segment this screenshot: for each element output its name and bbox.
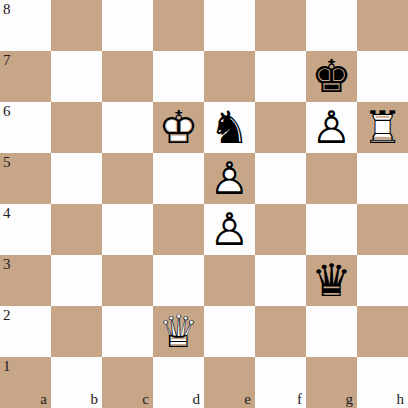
rank-label-7: 7 xyxy=(3,51,11,69)
square-g4[interactable] xyxy=(306,204,357,255)
white-king-outline: ♔ xyxy=(153,102,204,153)
square-e6[interactable]: ♞ xyxy=(204,102,255,153)
square-c3[interactable] xyxy=(102,255,153,306)
file-label-c: c xyxy=(142,391,149,408)
square-b1[interactable]: b xyxy=(51,357,102,408)
square-h4[interactable] xyxy=(357,204,408,255)
square-e5[interactable]: ♟♙ xyxy=(204,153,255,204)
square-c4[interactable] xyxy=(102,204,153,255)
file-label-e: e xyxy=(244,391,251,408)
square-e8[interactable] xyxy=(204,0,255,51)
square-d2[interactable]: ♛♕ xyxy=(153,306,204,357)
square-d7[interactable] xyxy=(153,51,204,102)
file-label-g: g xyxy=(346,391,354,408)
square-h7[interactable] xyxy=(357,51,408,102)
rank-label-8: 8 xyxy=(3,0,11,18)
square-h5[interactable] xyxy=(357,153,408,204)
piece-black-queen[interactable]: ♛ xyxy=(306,255,357,306)
white-pawn-outline: ♙ xyxy=(204,153,255,204)
square-e7[interactable] xyxy=(204,51,255,102)
square-f6[interactable] xyxy=(255,102,306,153)
black-queen-glyph: ♛ xyxy=(306,255,357,306)
square-g3[interactable]: ♛ xyxy=(306,255,357,306)
piece-white-pawn[interactable]: ♟♙ xyxy=(306,102,357,153)
square-a2[interactable]: 2 xyxy=(0,306,51,357)
square-d8[interactable] xyxy=(153,0,204,51)
square-f3[interactable] xyxy=(255,255,306,306)
square-f1[interactable]: f xyxy=(255,357,306,408)
rank-label-4: 4 xyxy=(3,204,11,222)
rank-label-3: 3 xyxy=(3,255,11,273)
file-label-d: d xyxy=(193,391,201,408)
square-a1[interactable]: 1a xyxy=(0,357,51,408)
square-c1[interactable]: c xyxy=(102,357,153,408)
square-c7[interactable] xyxy=(102,51,153,102)
square-b3[interactable] xyxy=(51,255,102,306)
square-d1[interactable]: d xyxy=(153,357,204,408)
square-a5[interactable]: 5 xyxy=(0,153,51,204)
square-c6[interactable] xyxy=(102,102,153,153)
square-a3[interactable]: 3 xyxy=(0,255,51,306)
rank-label-2: 2 xyxy=(3,306,11,324)
square-f2[interactable] xyxy=(255,306,306,357)
square-e1[interactable]: e xyxy=(204,357,255,408)
square-h1[interactable]: h xyxy=(357,357,408,408)
black-knight-glyph: ♞ xyxy=(204,102,255,153)
square-g6[interactable]: ♟♙ xyxy=(306,102,357,153)
square-d3[interactable] xyxy=(153,255,204,306)
square-g5[interactable] xyxy=(306,153,357,204)
piece-white-pawn[interactable]: ♟♙ xyxy=(204,204,255,255)
file-label-a: a xyxy=(40,391,47,408)
piece-black-knight[interactable]: ♞ xyxy=(204,102,255,153)
piece-white-queen[interactable]: ♛♕ xyxy=(153,306,204,357)
square-g1[interactable]: g xyxy=(306,357,357,408)
square-h3[interactable] xyxy=(357,255,408,306)
square-b7[interactable] xyxy=(51,51,102,102)
square-h6[interactable]: ♜♖ xyxy=(357,102,408,153)
square-e4[interactable]: ♟♙ xyxy=(204,204,255,255)
square-g2[interactable] xyxy=(306,306,357,357)
rank-label-6: 6 xyxy=(3,102,11,120)
file-label-f: f xyxy=(297,391,302,408)
file-label-b: b xyxy=(91,391,99,408)
chess-board: 87♚6♚♔♞♟♙♜♖5♟♙4♟♙3♛2♛♕1abcdefgh xyxy=(0,0,408,408)
file-label-h: h xyxy=(397,391,405,408)
piece-white-king[interactable]: ♚♔ xyxy=(153,102,204,153)
square-d6[interactable]: ♚♔ xyxy=(153,102,204,153)
square-e2[interactable] xyxy=(204,306,255,357)
square-a6[interactable]: 6 xyxy=(0,102,51,153)
square-b5[interactable] xyxy=(51,153,102,204)
square-f5[interactable] xyxy=(255,153,306,204)
rank-label-5: 5 xyxy=(3,153,11,171)
square-f4[interactable] xyxy=(255,204,306,255)
square-g8[interactable] xyxy=(306,0,357,51)
square-d5[interactable] xyxy=(153,153,204,204)
piece-white-rook[interactable]: ♜♖ xyxy=(357,102,408,153)
square-b4[interactable] xyxy=(51,204,102,255)
square-c8[interactable] xyxy=(102,0,153,51)
black-king-glyph: ♚ xyxy=(306,51,357,102)
square-d4[interactable] xyxy=(153,204,204,255)
square-g7[interactable]: ♚ xyxy=(306,51,357,102)
white-pawn-outline: ♙ xyxy=(306,102,357,153)
square-a7[interactable]: 7 xyxy=(0,51,51,102)
square-b6[interactable] xyxy=(51,102,102,153)
square-h2[interactable] xyxy=(357,306,408,357)
white-rook-outline: ♖ xyxy=(357,102,408,153)
square-b8[interactable] xyxy=(51,0,102,51)
square-f8[interactable] xyxy=(255,0,306,51)
square-a8[interactable]: 8 xyxy=(0,0,51,51)
square-c2[interactable] xyxy=(102,306,153,357)
white-queen-outline: ♕ xyxy=(153,306,204,357)
square-f7[interactable] xyxy=(255,51,306,102)
square-a4[interactable]: 4 xyxy=(0,204,51,255)
rank-label-1: 1 xyxy=(3,357,11,375)
square-c5[interactable] xyxy=(102,153,153,204)
square-b2[interactable] xyxy=(51,306,102,357)
white-pawn-outline: ♙ xyxy=(204,204,255,255)
piece-black-king[interactable]: ♚ xyxy=(306,51,357,102)
square-e3[interactable] xyxy=(204,255,255,306)
piece-white-pawn[interactable]: ♟♙ xyxy=(204,153,255,204)
square-h8[interactable] xyxy=(357,0,408,51)
